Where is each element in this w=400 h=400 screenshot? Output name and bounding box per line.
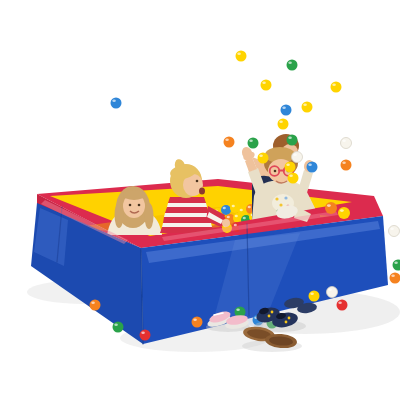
ball-white-highlight	[342, 139, 346, 142]
boot-navy-left-lace2	[268, 315, 271, 318]
ball-orange-highlight	[225, 138, 229, 141]
ball-green-highlight	[249, 139, 253, 142]
ball-yellow-highlight	[259, 154, 263, 157]
girl-striped-hand	[222, 219, 230, 227]
ball-blue-highlight	[308, 163, 312, 166]
ball-red	[140, 330, 151, 341]
ball-yellow	[309, 291, 320, 302]
ball-white-highlight	[390, 227, 394, 230]
ball-yellow-highlight	[235, 215, 238, 217]
ball-orange	[341, 160, 352, 171]
toddler-print-dot3	[279, 203, 282, 206]
ball-yellow-highlight	[340, 209, 344, 212]
ball-yellow	[338, 207, 350, 219]
toddler-print-dot1	[275, 197, 278, 200]
ball-pool-product-photo	[0, 0, 400, 400]
scene-svg	[0, 0, 400, 400]
boot-navy-left-lace1	[271, 311, 274, 314]
girl-left-eye-r	[138, 204, 141, 207]
ball-green-highlight	[236, 308, 240, 311]
ball-white	[327, 287, 338, 298]
ball-orange-highlight	[227, 216, 230, 218]
girl-striped-eye	[196, 180, 199, 183]
ball-yellow	[302, 102, 313, 113]
toddler-eye-l	[274, 170, 277, 173]
girl-striped-mouth	[199, 188, 205, 195]
boot-navy-right-lace2	[285, 321, 288, 324]
ball-blue	[221, 205, 231, 215]
ball-orange	[90, 300, 101, 311]
ball-yellow-highlight	[286, 163, 290, 166]
boot-navy-right-lace1	[288, 317, 291, 320]
ball-yellow-highlight	[240, 209, 243, 211]
ball-white-highlight	[328, 288, 332, 291]
ball-yellow-highlight	[332, 83, 336, 86]
girl-striped-shirt-stripe2	[167, 203, 207, 207]
ball-green	[287, 135, 298, 146]
ball-orange-highlight	[193, 318, 197, 321]
ball-blue-highlight	[282, 106, 286, 109]
ball-white	[389, 226, 400, 237]
ball-blue	[111, 98, 122, 109]
ball-green	[248, 138, 259, 149]
girl-left-bangs	[123, 190, 145, 200]
ball-red-highlight	[234, 224, 237, 226]
ball-blue-highlight	[223, 207, 226, 209]
ball-yellow	[331, 82, 342, 93]
ball-yellow-highlight	[262, 81, 266, 84]
ball-orange-highlight	[391, 274, 395, 277]
ball-blue	[307, 162, 318, 173]
ball-green-highlight	[288, 61, 292, 64]
ball-blue-highlight	[112, 99, 116, 102]
ball-green-highlight	[394, 261, 398, 264]
girl-left-eye-l	[129, 204, 132, 207]
ball-yellow-highlight	[279, 120, 283, 123]
ball-white-highlight	[293, 153, 297, 156]
ball-orange	[224, 137, 235, 148]
ball-red-highlight	[141, 331, 145, 334]
ball-yellow	[285, 162, 296, 173]
girl-striped-shirt-stripe4	[164, 213, 210, 217]
ball-blue	[281, 105, 292, 116]
ball-yellow-highlight	[303, 103, 307, 106]
ball-green	[287, 60, 298, 71]
ball-green-highlight	[243, 217, 246, 219]
ball-white	[341, 138, 352, 149]
ball-orange-highlight	[248, 206, 251, 208]
ball-orange-highlight	[327, 204, 331, 207]
ball-orange	[390, 273, 400, 284]
girl-left-hair-strand-l	[115, 202, 124, 228]
ball-red	[337, 300, 348, 311]
girl-striped-shirt-stripe6	[162, 223, 212, 227]
ball-orange-highlight	[342, 161, 346, 164]
girl-left-hair-strand-r	[145, 203, 154, 229]
ball-yellow	[278, 119, 289, 130]
ball-white	[292, 152, 303, 163]
girl-striped-shirt-stripe5	[163, 217, 211, 223]
ball-red-highlight	[338, 301, 342, 304]
ball-green-highlight	[288, 136, 292, 139]
ball-yellow	[261, 80, 272, 91]
ball-yellow-highlight	[232, 205, 235, 207]
ball-yellow	[288, 173, 299, 184]
ball-green	[113, 322, 124, 333]
girl-striped-shirt-stripe3	[165, 207, 209, 213]
ball-green-highlight	[114, 323, 118, 326]
ball-orange	[325, 202, 337, 214]
ball-yellow-highlight	[310, 292, 314, 295]
ball-orange-highlight	[91, 301, 95, 304]
ball-yellow-highlight	[289, 174, 293, 177]
ball-yellow-highlight	[237, 52, 241, 55]
ball-yellow	[258, 153, 269, 164]
ball-orange	[192, 317, 203, 328]
ball-yellow	[236, 51, 247, 62]
toddler-print-dot2	[284, 196, 287, 199]
